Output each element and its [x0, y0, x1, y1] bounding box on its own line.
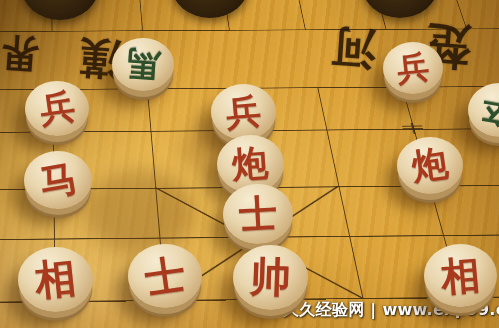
piece-red-horse[interactable]: 马: [24, 151, 92, 209]
piece-character: 相: [32, 256, 77, 301]
piece-red-advisor[interactable]: 士: [223, 184, 293, 244]
piece-character: 帅: [249, 256, 291, 298]
board-cell: [339, 186, 444, 237]
piece-red-soldier[interactable]: 兵: [211, 84, 276, 140]
piece-red-elephant[interactable]: 相: [424, 244, 497, 307]
piece-character: 兵: [395, 50, 430, 85]
piece-red-general[interactable]: 帅: [233, 245, 308, 310]
piece-red-cannon[interactable]: 炮: [397, 137, 463, 194]
piece-character: 炮: [231, 145, 269, 183]
piece-character: 士: [238, 194, 278, 234]
piece-character: 兵: [224, 93, 262, 131]
piece-character: 士: [142, 253, 187, 298]
piece-character: 相: [439, 254, 481, 296]
board-cell: [318, 88, 414, 130]
river-inscription-char: 界: [0, 26, 41, 80]
xiangqi-board-photo: 界漢河楚 馬兵兵兵卒炮炮马士士帅相相 久久经验网 | www.exp99.com: [0, 0, 499, 328]
piece-red-elephant[interactable]: 相: [18, 247, 93, 312]
piece-character: 馬: [125, 46, 160, 81]
piece-black-horse[interactable]: 馬: [112, 38, 174, 91]
piece-red-soldier[interactable]: 兵: [25, 81, 89, 136]
piece-character: 卒: [479, 90, 499, 129]
piece-red-advisor[interactable]: 士: [128, 244, 202, 308]
piece-character: 马: [37, 159, 80, 202]
river-inscription-char: 河: [330, 17, 378, 79]
piece-character: 兵: [37, 88, 77, 128]
piece-red-soldier[interactable]: 兵: [383, 42, 443, 94]
piece-character: 炮: [410, 145, 451, 186]
board-cell: [230, 30, 318, 89]
